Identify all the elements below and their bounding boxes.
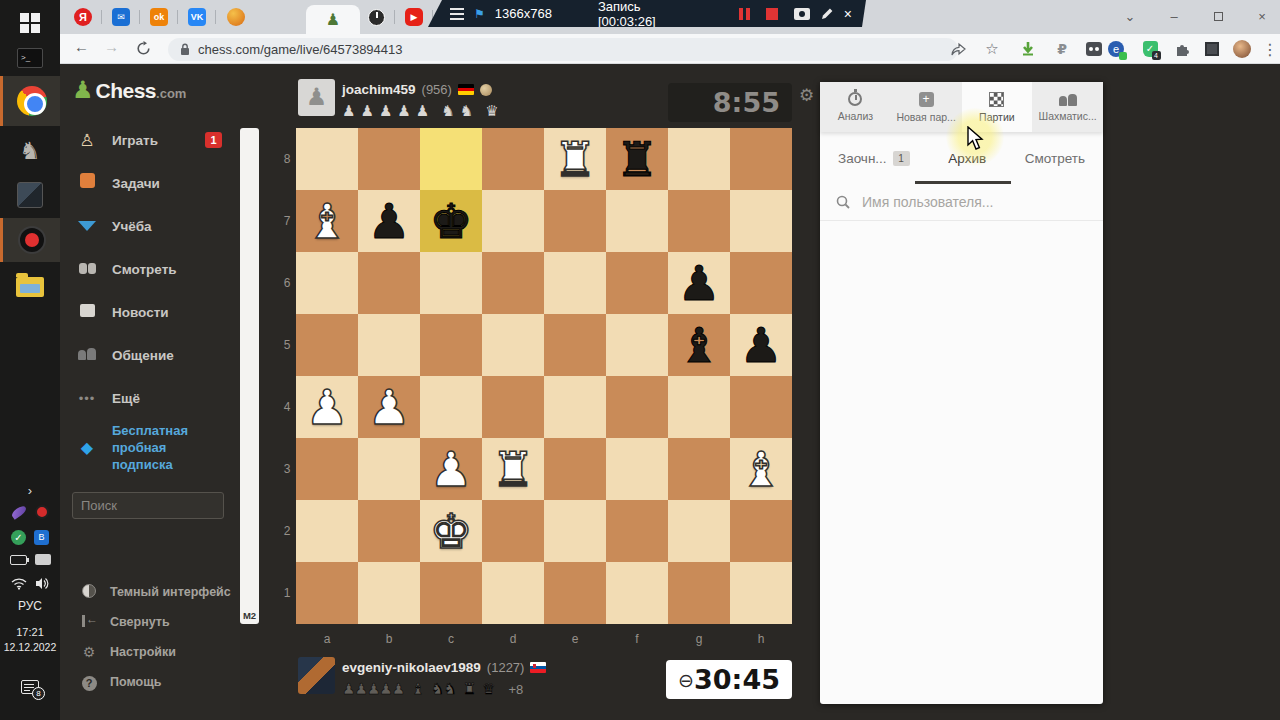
os-taskbar: >_ ♞ › ✓B РУС 17:21 12.12.2022 8 [0, 0, 60, 720]
square-f6[interactable] [606, 252, 668, 314]
tab-search-chevron[interactable]: ⌄ [1122, 9, 1138, 24]
square-c3[interactable]: ♟ [420, 438, 482, 500]
square-h3[interactable]: ♝ [730, 438, 792, 500]
tab-label: Новая пар... [896, 111, 955, 123]
rank-label-4: 4 [280, 376, 294, 438]
circled-minus-icon[interactable]: ⊖ [678, 669, 694, 691]
square-h5[interactable]: ♟ [730, 314, 792, 376]
chess-app[interactable]: ♞ [0, 134, 60, 168]
subtab-watch[interactable]: Смотреть [1025, 151, 1085, 166]
footer-item-label: Темный интерфейс [110, 585, 231, 599]
captured-pawn-icon: ♟ [360, 102, 372, 120]
square-c8[interactable] [420, 128, 482, 190]
knight-icon: ♞ [19, 137, 41, 165]
rank-label-2: 2 [280, 500, 294, 562]
sidebar-item-social[interactable]: Общение [60, 334, 240, 376]
stop-button[interactable] [766, 8, 778, 20]
sidebar-item-watch[interactable]: Смотреть [60, 248, 240, 290]
pinned-tab-yandex[interactable]: Я [73, 7, 93, 27]
pinned-tab-odnoklassniki[interactable]: ok [149, 7, 169, 27]
sidebar-item-learn[interactable]: Учёба [60, 205, 240, 247]
square-a8[interactable] [296, 128, 358, 190]
keyboard-icon [35, 554, 51, 565]
rank-label-7: 7 [280, 190, 294, 252]
captured-pawn-icon: ♟ [379, 680, 391, 698]
people-icon [76, 345, 98, 365]
square-d6[interactable] [482, 252, 544, 314]
black-pawn-b7[interactable]: ♟ [358, 190, 420, 252]
white-bishop-h3[interactable]: ♝ [730, 438, 792, 500]
square-e8[interactable]: ♜ [544, 128, 606, 190]
people-icon [1059, 92, 1077, 106]
square-d7[interactable] [482, 190, 544, 252]
square-b1[interactable] [358, 562, 420, 624]
square-g3[interactable] [668, 438, 730, 500]
logo-suffix: .com [156, 86, 186, 101]
puzzle-icon [76, 173, 98, 193]
square-d3[interactable]: ♜ [482, 438, 544, 500]
square-a6[interactable] [296, 252, 358, 314]
sidebar-item-help[interactable]: ? Помощь [60, 668, 240, 696]
timer-icon [368, 9, 385, 26]
square-h1[interactable] [730, 562, 792, 624]
file-label-d: d [482, 626, 544, 646]
square-g4[interactable] [668, 376, 730, 438]
notification-center[interactable]: 8 [0, 672, 60, 702]
captured-pawn-icon: ♟ [416, 102, 428, 120]
rank-label-8: 8 [280, 128, 294, 190]
reload-button[interactable] [136, 41, 151, 56]
black-rook-f8[interactable]: ♜ [606, 128, 668, 190]
captured-pawn-icon: ♟ [342, 680, 354, 698]
rank-label-5: 5 [280, 314, 294, 376]
black-king-c7[interactable]: ♚ [420, 190, 482, 252]
slovenia-flag-icon [530, 662, 546, 673]
forward-button[interactable]: → [104, 38, 119, 55]
black-pawn-g6[interactable]: ♟ [668, 252, 730, 314]
square-b7[interactable]: ♟ [358, 190, 420, 252]
collapse-icon [80, 614, 98, 630]
square-f2[interactable] [606, 500, 668, 562]
square-c5[interactable] [420, 314, 482, 376]
theme-icon [80, 584, 98, 601]
screen: >_ ♞ › ✓B РУС 17:21 12.12.2022 8 Я ✉ ok … [0, 0, 1280, 720]
square-h7[interactable] [730, 190, 792, 252]
square-b6[interactable] [358, 252, 420, 314]
mail-icon: ✉ [112, 8, 130, 26]
captured-knight-icon: ♞ [441, 102, 453, 120]
ext-shield[interactable]: ✓4 [1140, 39, 1160, 59]
square-c4[interactable] [420, 376, 482, 438]
captured-knight-icon: ♞ [443, 680, 455, 698]
bottom-player-name[interactable]: evgeniy-nikolaev1989 [342, 660, 481, 675]
bookmark-star-button[interactable]: ☆ [982, 39, 1002, 59]
binoculars-icon [76, 259, 98, 279]
captured-pawn-icon: ♟ [379, 102, 391, 120]
ok-icon: ok [150, 8, 168, 26]
ext-dark-box[interactable] [1084, 39, 1104, 59]
square-d1[interactable] [482, 562, 544, 624]
ext-globe[interactable]: e [1106, 39, 1126, 59]
square-h4[interactable] [730, 376, 792, 438]
rank-label-1: 1 [280, 562, 294, 624]
square-c6[interactable] [420, 252, 482, 314]
white-pawn-c3[interactable]: ♟ [420, 438, 482, 500]
ext-square[interactable] [1202, 39, 1222, 59]
chesscom-sidebar: ♟ Chess .com ♙ Играть 1 Задачи Учёба Смо… [60, 64, 240, 720]
language-indicator[interactable]: РУС [0, 599, 60, 613]
yandex-icon: Я [74, 8, 92, 26]
sidebar-item-label: Учёба [112, 219, 152, 234]
sidebar-item-label: Задачи [112, 176, 160, 191]
square-g5[interactable]: ♝ [668, 314, 730, 376]
pinned-tab-mail[interactable]: ✉ [111, 7, 131, 27]
square-e2[interactable] [544, 500, 606, 562]
daily-badge: 1 [893, 151, 910, 166]
top-player-clock: 8:55 [668, 83, 792, 122]
file-label-f: f [606, 626, 668, 646]
captured-knight-icon: ♞ [431, 680, 443, 698]
draw-pencil-button[interactable] [820, 7, 834, 21]
browser-toolbar: ← → chess.com/game/live/64573894413 ☆ ₽ … [60, 34, 1280, 64]
file-explorer-app[interactable] [0, 270, 60, 304]
square-a4[interactable]: ♟ [296, 376, 358, 438]
square-e6[interactable] [544, 252, 606, 314]
tray-expand-chevron[interactable]: › [0, 480, 60, 500]
square-f3[interactable] [606, 438, 668, 500]
square-b8[interactable] [358, 128, 420, 190]
more-dots-icon: ••• [76, 391, 98, 406]
square-c1[interactable] [420, 562, 482, 624]
recording-dot-icon [35, 505, 49, 519]
logo-text: Chess [96, 79, 157, 103]
top-player-rating: (956) [422, 82, 452, 97]
chrome-icon [17, 86, 47, 116]
square-g8[interactable] [668, 128, 730, 190]
footer-item-label: Помощь [110, 675, 161, 689]
start-button[interactable] [0, 8, 60, 38]
mouse-cursor [966, 126, 988, 152]
evaluation-label: M2 [243, 610, 256, 621]
graduation-cap-icon [76, 216, 98, 236]
notification-badge: 8 [32, 687, 45, 700]
window-close-button[interactable]: × [1254, 9, 1270, 24]
volume-icon [35, 577, 50, 590]
chesscom-logo[interactable]: ♟ Chess .com [72, 76, 186, 104]
newspaper-icon [76, 302, 98, 322]
bluetooth-icon: B [34, 530, 49, 545]
square-f1[interactable] [606, 562, 668, 624]
square-d5[interactable] [482, 314, 544, 376]
membership-badge-icon [480, 84, 492, 96]
tab-players[interactable]: Шахматис... [1032, 82, 1103, 132]
play-icon: ♙ [76, 130, 98, 150]
square-c2[interactable]: ♚ [420, 500, 482, 562]
recorder-app[interactable] [0, 218, 60, 262]
sidebar-item-label: Смотреть [112, 262, 177, 277]
square-e3[interactable] [544, 438, 606, 500]
url-text: chess.com/game/live/64573894413 [198, 42, 403, 57]
square-a5[interactable] [296, 314, 358, 376]
white-bishop-a7[interactable]: ♝ [296, 190, 358, 252]
plus-square-icon: + [919, 92, 934, 107]
sidebar-item-puzzles[interactable]: Задачи [60, 162, 240, 204]
captured-queen-icon: ♛ [485, 102, 497, 120]
top-player-name[interactable]: joachim459 [342, 82, 416, 97]
pinned-tab-music[interactable] [226, 7, 246, 27]
bottom-player-captured-pieces: ♟♟♟♟♟♝♞♞♜♛ [342, 680, 495, 698]
captured-rook-icon: ♜ [463, 680, 475, 698]
square-g7[interactable] [668, 190, 730, 252]
white-rook-d3[interactable]: ♜ [482, 438, 544, 500]
battery-icon [10, 555, 27, 565]
recorder-status: Запись [00:03:26] [598, 0, 701, 29]
square-d8[interactable] [482, 128, 544, 190]
square-c7[interactable]: ♚ [420, 190, 482, 252]
sidebar-item-label: Ещё [112, 391, 140, 406]
chess-pawn-favicon: ♟ [326, 10, 340, 29]
sidebar-item-label: Играть [112, 133, 158, 148]
white-rook-e8[interactable]: ♜ [544, 128, 606, 190]
chess-board[interactable]: ♜♜♝♟♚♟♝♟♟♟♟♜♝♚ [296, 128, 792, 624]
top-player-avatar[interactable]: ♟ [298, 79, 335, 116]
square-g1[interactable] [668, 562, 730, 624]
youtube-icon: ▶ [405, 8, 423, 26]
sidebar-search-input[interactable] [72, 492, 224, 519]
footer-item-label: Свернуть [110, 615, 170, 629]
bottom-player-avatar[interactable] [298, 657, 335, 694]
bottom-player-info[interactable]: evgeniy-nikolaev1989 (1227) [342, 660, 546, 675]
square-e5[interactable] [544, 314, 606, 376]
subtab-label: Смотреть [1025, 151, 1085, 166]
white-pawn-a4[interactable]: ♟ [296, 376, 358, 438]
top-player-captured-pieces: ♟♟♟♟♟♞♞♛ [342, 102, 498, 120]
file-label-e: e [544, 626, 606, 646]
tray-row-1[interactable] [0, 505, 60, 519]
square-h8[interactable] [730, 128, 792, 190]
file-label-a: a [296, 626, 358, 646]
help-icon: ? [80, 674, 98, 691]
square-b2[interactable] [358, 500, 420, 562]
back-button[interactable]: ← [74, 38, 89, 55]
material-advantage: +8 [509, 682, 524, 697]
window-restore-button[interactable] [1210, 9, 1226, 24]
notification-icon: 8 [21, 680, 39, 694]
ext-downloader[interactable] [1018, 39, 1038, 59]
square-h2[interactable] [730, 500, 792, 562]
black-bishop-g5[interactable]: ♝ [668, 314, 730, 376]
square-b4[interactable]: ♟ [358, 376, 420, 438]
subtab-label: Заочн... [838, 151, 887, 166]
username-search-input[interactable] [860, 193, 1080, 211]
checkerboard-icon [989, 92, 1004, 107]
pin-icon[interactable]: ⚑ [474, 7, 485, 21]
pinned-tab-timer[interactable] [366, 7, 386, 27]
square-a2[interactable] [296, 500, 358, 562]
sidebar-item-label: Новости [112, 305, 169, 320]
square-h6[interactable] [730, 252, 792, 314]
rank-labels: 87654321 [280, 128, 294, 624]
square-f4[interactable] [606, 376, 668, 438]
sidebar-item-free-trial[interactable]: ◆ Бесплатная пробная подписка [60, 416, 240, 478]
square-f5[interactable] [606, 314, 668, 376]
rank-label-6: 6 [280, 252, 294, 314]
square-e7[interactable] [544, 190, 606, 252]
white-king-c2[interactable]: ♚ [420, 500, 482, 562]
germany-flag-icon [458, 84, 474, 95]
square-d4[interactable] [482, 376, 544, 438]
screen-recorder-bar: ⚑ 1366x768 Запись [00:03:26] × [428, 0, 866, 27]
antivirus-shield-icon: ✓ [11, 530, 26, 545]
square-e4[interactable] [544, 376, 606, 438]
window-minimize-button[interactable]: – [1166, 9, 1182, 24]
tray-row-4[interactable] [0, 577, 60, 590]
share-button[interactable] [948, 39, 968, 59]
pinned-tab-vk[interactable]: VK [187, 7, 207, 27]
windows-logo-icon [20, 13, 40, 33]
diamond-icon: ◆ [76, 438, 98, 457]
gear-icon: ⚙ [80, 644, 98, 660]
active-subtab-underline [915, 181, 1011, 184]
captured-pawn-icon: ♟ [392, 680, 404, 698]
tab-label: Шахматис... [1039, 110, 1097, 122]
square-a7[interactable]: ♝ [296, 190, 358, 252]
captured-pawn-icon: ♟ [354, 680, 366, 698]
recorder-menu-icon[interactable] [450, 8, 464, 20]
square-e1[interactable] [544, 562, 606, 624]
captured-pawn-icon: ♟ [367, 680, 379, 698]
browser-menu-button[interactable]: ⋮ [1260, 39, 1280, 59]
tray-row-2[interactable]: ✓B [0, 530, 60, 545]
pause-button[interactable] [739, 8, 750, 20]
terminal-icon: >_ [17, 48, 43, 68]
lock-icon [180, 43, 190, 56]
board-settings-gear-icon[interactable]: ⚙ [799, 85, 814, 105]
sidebar-item-play[interactable]: ♙ Играть 1 [60, 119, 240, 161]
square-b5[interactable] [358, 314, 420, 376]
chesscom-page: ♟ Chess .com ♙ Играть 1 Задачи Учёба Смо… [60, 64, 1280, 720]
terminal-app[interactable]: >_ [0, 44, 60, 72]
black-pawn-h5[interactable]: ♟ [730, 314, 792, 376]
sidebar-item-news[interactable]: Новости [60, 291, 240, 333]
bottom-player-rating: (1227) [487, 660, 525, 675]
captured-knight-icon: ♞ [460, 102, 472, 120]
captured-pawn-icon: ♟ [397, 102, 409, 120]
captured-queen-icon: ♛ [482, 680, 494, 698]
tray-row-3[interactable] [0, 554, 60, 565]
clock-time[interactable]: 17:21 [0, 626, 60, 638]
file-labels: abcdefgh [296, 626, 792, 646]
extensions-puzzle-button[interactable] [1172, 39, 1192, 59]
photo-app[interactable] [0, 178, 60, 212]
top-player-info[interactable]: joachim459 (956) [342, 82, 492, 97]
square-g6[interactable]: ♟ [668, 252, 730, 314]
record-icon [18, 226, 46, 254]
play-badge: 1 [205, 132, 222, 148]
file-label-c: c [420, 626, 482, 646]
file-label-g: g [668, 626, 730, 646]
chrome-app[interactable] [0, 76, 60, 126]
sidebar-item-collapse[interactable]: Свернуть [60, 608, 240, 636]
folder-icon [16, 277, 44, 297]
subtab-daily[interactable]: Заочн... 1 [838, 151, 910, 166]
bottom-player-clock: ⊖ 30:45 [666, 660, 792, 699]
recorder-resolution: 1366x768 [495, 6, 552, 21]
captured-bishop-icon: ♝ [411, 680, 423, 698]
sidebar-item-settings[interactable]: ⚙ Настройки [60, 638, 240, 666]
username-search[interactable] [820, 184, 1103, 221]
sidebar-item-dark-ui[interactable]: Темный интерфейс [60, 578, 240, 606]
avatar [1233, 40, 1251, 58]
search-icon [836, 195, 850, 209]
vk-icon: VK [188, 8, 206, 26]
file-label-h: h [730, 626, 792, 646]
ext-ruble[interactable]: ₽ [1052, 39, 1072, 59]
recorder-close-button[interactable]: × [844, 6, 852, 22]
square-g2[interactable] [668, 500, 730, 562]
sidebar-item-label: Общение [112, 348, 174, 363]
square-f7[interactable] [606, 190, 668, 252]
active-tab-chess[interactable]: ♟ [306, 5, 360, 34]
pinned-tab-youtube-1[interactable]: ▶ [404, 7, 424, 27]
square-d2[interactable] [482, 500, 544, 562]
stopwatch-icon [848, 92, 862, 106]
address-bar[interactable]: chess.com/game/live/64573894413 [168, 38, 958, 61]
footer-item-label: Настройки [110, 645, 176, 659]
evaluation-bar: M2 [240, 128, 259, 624]
clock-date: 12.12.2022 [0, 641, 60, 653]
bottom-player-captured-row: ♟♟♟♟♟♝♞♞♜♛ +8 [342, 680, 523, 698]
profile-avatar[interactable] [1232, 39, 1252, 59]
feather-icon [10, 504, 28, 520]
rank-label-3: 3 [280, 438, 294, 500]
tab-analysis[interactable]: Анализ [820, 82, 891, 132]
photo-icon [17, 182, 43, 208]
chesscom-pawn-icon: ♟ [72, 76, 94, 104]
tab-label: Анализ [838, 110, 873, 122]
file-label-b: b [358, 626, 420, 646]
music-ball-icon [227, 8, 245, 26]
captured-pawn-icon: ♟ [342, 102, 354, 120]
games-panel: Анализ + Новая пар... Партии Шахматис...… [820, 82, 1103, 704]
square-b3[interactable] [358, 438, 420, 500]
square-f8[interactable]: ♜ [606, 128, 668, 190]
white-pawn-b4[interactable]: ♟ [358, 376, 420, 438]
trial-label: Бесплатная пробная подписка [112, 422, 222, 473]
square-a3[interactable] [296, 438, 358, 500]
sidebar-item-more[interactable]: ••• Ещё [60, 377, 240, 419]
wifi-icon [11, 577, 27, 590]
square-a1[interactable] [296, 562, 358, 624]
screenshot-camera-button[interactable] [794, 8, 810, 20]
